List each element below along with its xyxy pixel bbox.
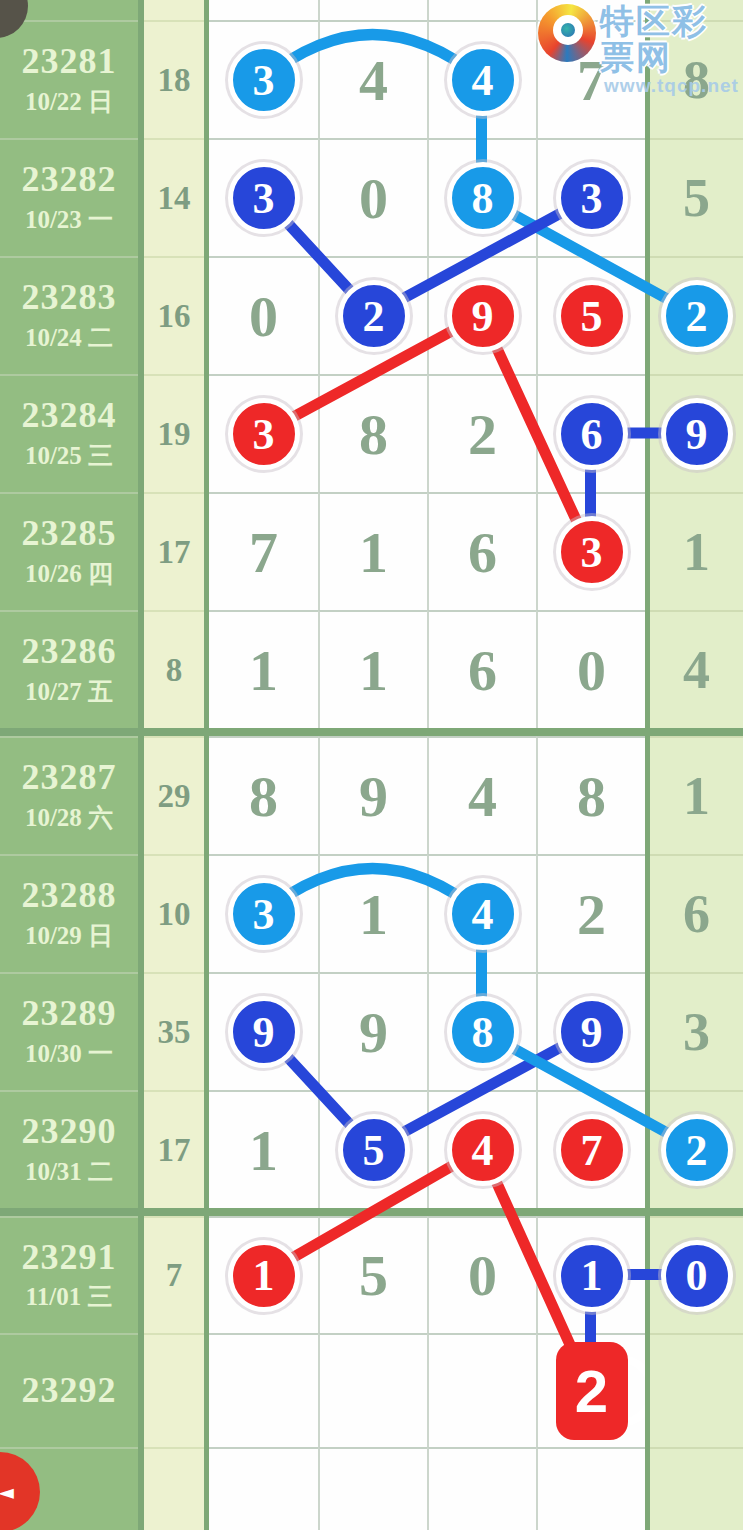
extra-digit-cell: 1 — [650, 492, 743, 610]
digit-cell: 9 — [427, 256, 536, 374]
digit-cell: 5 — [536, 256, 645, 374]
digit-cell: 4 — [427, 736, 536, 854]
digit-cell: 1 — [536, 1216, 645, 1333]
digit-cell: 0 — [536, 610, 645, 728]
sum-cell — [144, 1333, 204, 1447]
period-number: 23289 — [22, 994, 117, 1034]
digit-cell — [209, 1333, 318, 1447]
sum-cell: 16 — [144, 256, 204, 374]
swirl-core — [561, 23, 575, 37]
period-cell: 2328610/27 五 — [0, 610, 138, 728]
digit-cell: 1 — [209, 1216, 318, 1333]
circled-digit: 8 — [447, 996, 519, 1068]
circled-digit: 4 — [447, 44, 519, 116]
digit-cell: 9 — [318, 736, 427, 854]
digit-cell: 7 — [209, 492, 318, 610]
extra-digit-cell: 0 — [650, 1216, 743, 1333]
circled-digit: 4 — [447, 1114, 519, 1186]
circled-digit: 9 — [447, 280, 519, 352]
extra-digit-cell: 2 — [650, 256, 743, 374]
circled-digit: 3 — [228, 398, 300, 470]
sum-cell: 8 — [144, 610, 204, 728]
draw-date: 10/22 日 — [25, 85, 113, 118]
digit-cell: 8 — [427, 138, 536, 256]
draw-date: 10/27 五 — [25, 675, 113, 708]
period-number: 23286 — [22, 632, 117, 672]
period-cell: 2328110/22 日 — [0, 20, 138, 138]
week-separator — [0, 728, 743, 736]
digit-cell: 4 — [427, 20, 536, 138]
period-number: 23291 — [22, 1238, 117, 1278]
period-number: 23292 — [22, 1371, 117, 1411]
digit-cell — [427, 1447, 536, 1530]
digit-cell: 3 — [209, 854, 318, 972]
draw-row-23286: 2328610/27 五811604 — [0, 610, 743, 728]
period-cell: 2328710/28 六 — [0, 736, 138, 854]
extra-digit-cell — [650, 1447, 743, 1530]
circled-digit: 3 — [228, 162, 300, 234]
circled-digit: 3 — [228, 878, 300, 950]
extra-digit-cell: 4 — [650, 610, 743, 728]
site-name: 特区彩票网 — [600, 4, 743, 75]
draw-date: 10/23 一 — [25, 203, 113, 236]
digit-cell — [318, 0, 427, 20]
draw-date: 11/01 三 — [26, 1280, 113, 1313]
digit-cell: 2 — [318, 256, 427, 374]
period-cell: 2329010/31 二 — [0, 1090, 138, 1208]
circled-digit: 1 — [228, 1240, 300, 1312]
draw-row-23282: 2328210/23 一1430835 — [0, 138, 743, 256]
circled-digit: 6 — [556, 398, 628, 470]
circled-digit: 2 — [338, 280, 410, 352]
period-number: 23282 — [22, 160, 117, 200]
digit-cell: 8 — [318, 374, 427, 492]
sum-cell: 19 — [144, 374, 204, 492]
circled-digit: 2 — [661, 1114, 733, 1186]
circled-digit: 0 — [661, 1240, 733, 1312]
digit-cell: 2 — [427, 374, 536, 492]
digit-cell: 2 — [536, 854, 645, 972]
digit-cell: 3 — [536, 138, 645, 256]
digit-cell: 2 — [536, 1333, 645, 1447]
back-icon: ◄ — [0, 1480, 14, 1504]
draw-row-23290: 2329010/31 二1715472 — [0, 1090, 743, 1208]
extra-digit-cell: 6 — [650, 854, 743, 972]
digit-cell — [318, 1333, 427, 1447]
digit-cell: 1 — [318, 492, 427, 610]
digit-cell: 3 — [209, 138, 318, 256]
circled-digit: 9 — [661, 398, 733, 470]
sum-cell: 29 — [144, 736, 204, 854]
circled-digit: 3 — [556, 516, 628, 588]
digit-cell: 5 — [318, 1090, 427, 1208]
digit-cell: 3 — [536, 492, 645, 610]
site-logo-swirl-icon — [538, 4, 596, 62]
period-cell: 23292 — [0, 1333, 138, 1447]
sum-cell: 7 — [144, 1216, 204, 1333]
digit-cell: 0 — [318, 138, 427, 256]
period-cell: 2328810/29 日 — [0, 854, 138, 972]
digit-cell: 0 — [427, 1216, 536, 1333]
draw-date: 10/30 一 — [25, 1037, 113, 1070]
circled-digit: 5 — [338, 1114, 410, 1186]
period-cell: 2328510/26 四 — [0, 492, 138, 610]
digit-cell — [427, 0, 536, 20]
period-number: 23288 — [22, 876, 117, 916]
digit-cell — [318, 1447, 427, 1530]
digit-cell: 6 — [427, 610, 536, 728]
period-number: 23290 — [22, 1112, 117, 1152]
sum-cell: 17 — [144, 1090, 204, 1208]
circled-digit: 3 — [228, 44, 300, 116]
period-cell: 2328910/30 一 — [0, 972, 138, 1090]
circled-digit: 9 — [228, 996, 300, 1068]
extra-digit-cell — [650, 1333, 743, 1447]
sum-cell: 17 — [144, 492, 204, 610]
draw-row-23283: 2328310/24 二1602952 — [0, 256, 743, 374]
period-number: 23284 — [22, 396, 117, 436]
period-cell: 2328210/23 一 — [0, 138, 138, 256]
period-cell: 2328310/24 二 — [0, 256, 138, 374]
sum-cell: 35 — [144, 972, 204, 1090]
sum-cell: 18 — [144, 20, 204, 138]
digit-cell: 8 — [536, 736, 645, 854]
digit-cell — [536, 1447, 645, 1530]
digit-cell: 1 — [318, 610, 427, 728]
digit-cell: 1 — [318, 854, 427, 972]
circled-digit: 9 — [556, 996, 628, 1068]
watermark-text: 特区彩票网 www.tqcp.net — [600, 4, 743, 97]
draw-row-23288: 2328810/29 日1031426 — [0, 854, 743, 972]
sum-cell: 10 — [144, 854, 204, 972]
circled-digit: 8 — [447, 162, 519, 234]
circled-digit: 4 — [447, 878, 519, 950]
digit-cell: 3 — [209, 374, 318, 492]
site-watermark: 特区彩票网 www.tqcp.net — [538, 4, 743, 97]
digit-cell — [209, 0, 318, 20]
digit-cell: 9 — [209, 972, 318, 1090]
digit-cell: 9 — [536, 972, 645, 1090]
digit-cell: 6 — [427, 492, 536, 610]
digit-cell: 4 — [318, 20, 427, 138]
circled-digit: 1 — [556, 1240, 628, 1312]
circled-digit: 3 — [556, 162, 628, 234]
digit-cell: 5 — [318, 1216, 427, 1333]
digit-cell: 4 — [427, 854, 536, 972]
digit-cell: 3 — [209, 20, 318, 138]
circled-digit: 5 — [556, 280, 628, 352]
extra-digit-cell: 2 — [650, 1090, 743, 1208]
digit-cell: 9 — [318, 972, 427, 1090]
draw-date: 10/29 日 — [25, 919, 113, 952]
draw-row-23292: 232922 — [0, 1333, 743, 1447]
extra-digit-cell: 5 — [650, 138, 743, 256]
swirl-inner — [553, 15, 583, 45]
digit-cell: 8 — [427, 972, 536, 1090]
digit-cell: 8 — [209, 736, 318, 854]
circled-digit: 7 — [556, 1114, 628, 1186]
period-cell: 2329111/01 三 — [0, 1216, 138, 1333]
digit-cell: 4 — [427, 1090, 536, 1208]
draw-row-23284: 2328410/25 三1938269 — [0, 374, 743, 492]
draw-row-23289: 2328910/30 一3599893 — [0, 972, 743, 1090]
draw-date: 10/25 三 — [25, 439, 113, 472]
digit-cell: 7 — [536, 1090, 645, 1208]
draw-date: 10/26 四 — [25, 557, 113, 590]
period-number: 23283 — [22, 278, 117, 318]
extra-digit-cell: 9 — [650, 374, 743, 492]
sum-cell — [144, 1447, 204, 1530]
period-number: 23287 — [22, 758, 117, 798]
extra-digit-cell: 3 — [650, 972, 743, 1090]
site-url: www.tqcp.net — [600, 75, 743, 97]
period-cell: 2328410/25 三 — [0, 374, 138, 492]
period-number: 23281 — [22, 42, 117, 82]
period-number: 23285 — [22, 514, 117, 554]
draw-date: 10/24 二 — [25, 321, 113, 354]
sum-cell: 14 — [144, 138, 204, 256]
digit-cell: 0 — [209, 256, 318, 374]
draw-date: 10/31 二 — [25, 1155, 113, 1188]
draw-date: 10/28 六 — [25, 801, 113, 834]
draw-row-23285: 2328510/26 四1771631 — [0, 492, 743, 610]
partial-row — [0, 1447, 743, 1530]
digit-cell: 1 — [209, 610, 318, 728]
digit-cell — [427, 1333, 536, 1447]
sum-cell — [144, 0, 204, 20]
next-draw-badge: 2 — [556, 1342, 628, 1440]
draw-row-23291: 2329111/01 三715010 — [0, 1216, 743, 1333]
lottery-trend-board: 2328110/22 日18344782328210/23 一143083523… — [0, 0, 743, 1530]
digit-cell — [209, 1447, 318, 1530]
week-separator — [0, 1208, 743, 1216]
digit-cell: 6 — [536, 374, 645, 492]
circled-digit: 2 — [661, 280, 733, 352]
extra-digit-cell: 1 — [650, 736, 743, 854]
draw-row-23287: 2328710/28 六2989481 — [0, 736, 743, 854]
digit-cell: 1 — [209, 1090, 318, 1208]
